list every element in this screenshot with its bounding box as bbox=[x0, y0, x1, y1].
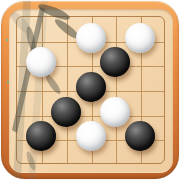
stone-white bbox=[26, 47, 56, 77]
screenshot bbox=[0, 0, 180, 180]
stone-white bbox=[76, 121, 106, 151]
stone-white bbox=[125, 23, 155, 53]
stone-black bbox=[76, 72, 106, 102]
stone-white bbox=[100, 97, 130, 127]
stone-black bbox=[100, 47, 130, 77]
teal-speck bbox=[6, 39, 8, 41]
stone-white bbox=[76, 23, 106, 53]
teal-speck bbox=[7, 81, 9, 83]
stone-black bbox=[51, 97, 81, 127]
stone-black bbox=[125, 121, 155, 151]
stones-layer bbox=[16, 16, 165, 164]
stone-black bbox=[26, 121, 56, 151]
gomoku-app-icon[interactable] bbox=[1, 1, 179, 179]
